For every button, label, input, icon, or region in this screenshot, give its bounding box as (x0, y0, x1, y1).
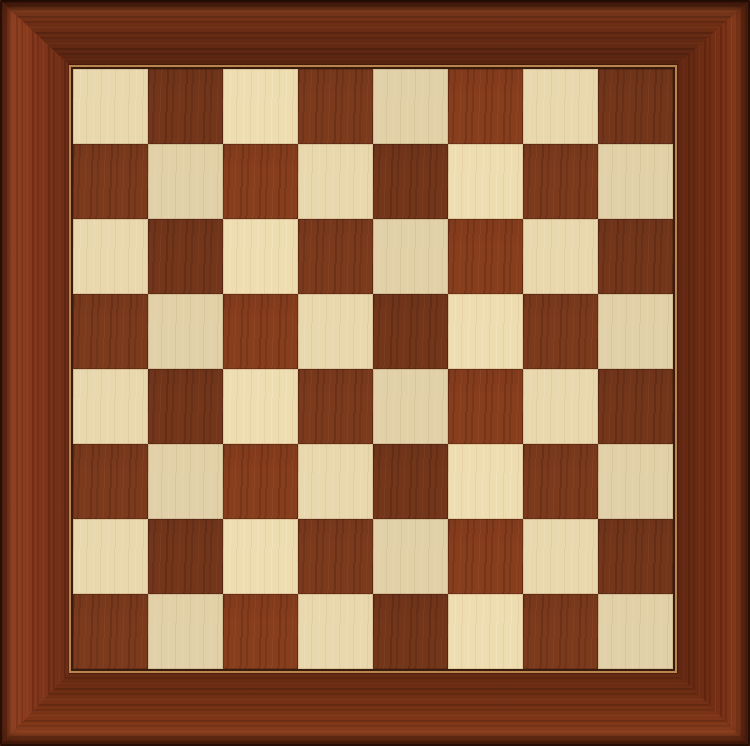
frame-inlay-pinstripe (69, 65, 677, 673)
square-e3[interactable] (373, 444, 448, 519)
square-a1[interactable] (73, 594, 148, 669)
chess-board (71, 67, 675, 671)
square-d7[interactable] (298, 144, 373, 219)
chessboard-photo (0, 0, 750, 746)
square-b1[interactable] (148, 594, 223, 669)
square-a7[interactable] (73, 144, 148, 219)
square-h8[interactable] (598, 69, 673, 144)
square-d3[interactable] (298, 444, 373, 519)
square-f6[interactable] (448, 219, 523, 294)
square-g1[interactable] (523, 594, 598, 669)
square-g8[interactable] (523, 69, 598, 144)
square-a8[interactable] (73, 69, 148, 144)
square-c5[interactable] (223, 294, 298, 369)
square-e5[interactable] (373, 294, 448, 369)
square-e8[interactable] (373, 69, 448, 144)
square-g6[interactable] (523, 219, 598, 294)
square-d8[interactable] (298, 69, 373, 144)
square-b6[interactable] (148, 219, 223, 294)
square-c7[interactable] (223, 144, 298, 219)
square-d6[interactable] (298, 219, 373, 294)
square-f2[interactable] (448, 519, 523, 594)
square-a5[interactable] (73, 294, 148, 369)
square-g4[interactable] (523, 369, 598, 444)
square-c3[interactable] (223, 444, 298, 519)
square-a6[interactable] (73, 219, 148, 294)
square-c8[interactable] (223, 69, 298, 144)
square-g2[interactable] (523, 519, 598, 594)
square-e2[interactable] (373, 519, 448, 594)
square-e1[interactable] (373, 594, 448, 669)
square-f4[interactable] (448, 369, 523, 444)
square-e7[interactable] (373, 144, 448, 219)
square-b5[interactable] (148, 294, 223, 369)
square-h7[interactable] (598, 144, 673, 219)
square-b4[interactable] (148, 369, 223, 444)
square-d1[interactable] (298, 594, 373, 669)
square-d5[interactable] (298, 294, 373, 369)
square-h6[interactable] (598, 219, 673, 294)
square-h1[interactable] (598, 594, 673, 669)
square-b8[interactable] (148, 69, 223, 144)
square-a4[interactable] (73, 369, 148, 444)
square-c1[interactable] (223, 594, 298, 669)
square-a2[interactable] (73, 519, 148, 594)
square-e4[interactable] (373, 369, 448, 444)
square-b2[interactable] (148, 519, 223, 594)
square-d2[interactable] (298, 519, 373, 594)
square-b3[interactable] (148, 444, 223, 519)
square-f1[interactable] (448, 594, 523, 669)
square-a3[interactable] (73, 444, 148, 519)
square-f5[interactable] (448, 294, 523, 369)
square-h5[interactable] (598, 294, 673, 369)
square-g5[interactable] (523, 294, 598, 369)
square-c2[interactable] (223, 519, 298, 594)
square-g3[interactable] (523, 444, 598, 519)
square-h3[interactable] (598, 444, 673, 519)
square-f8[interactable] (448, 69, 523, 144)
square-f7[interactable] (448, 144, 523, 219)
square-f3[interactable] (448, 444, 523, 519)
square-e6[interactable] (373, 219, 448, 294)
square-c4[interactable] (223, 369, 298, 444)
square-h4[interactable] (598, 369, 673, 444)
square-h2[interactable] (598, 519, 673, 594)
square-d4[interactable] (298, 369, 373, 444)
square-g7[interactable] (523, 144, 598, 219)
square-b7[interactable] (148, 144, 223, 219)
square-c6[interactable] (223, 219, 298, 294)
